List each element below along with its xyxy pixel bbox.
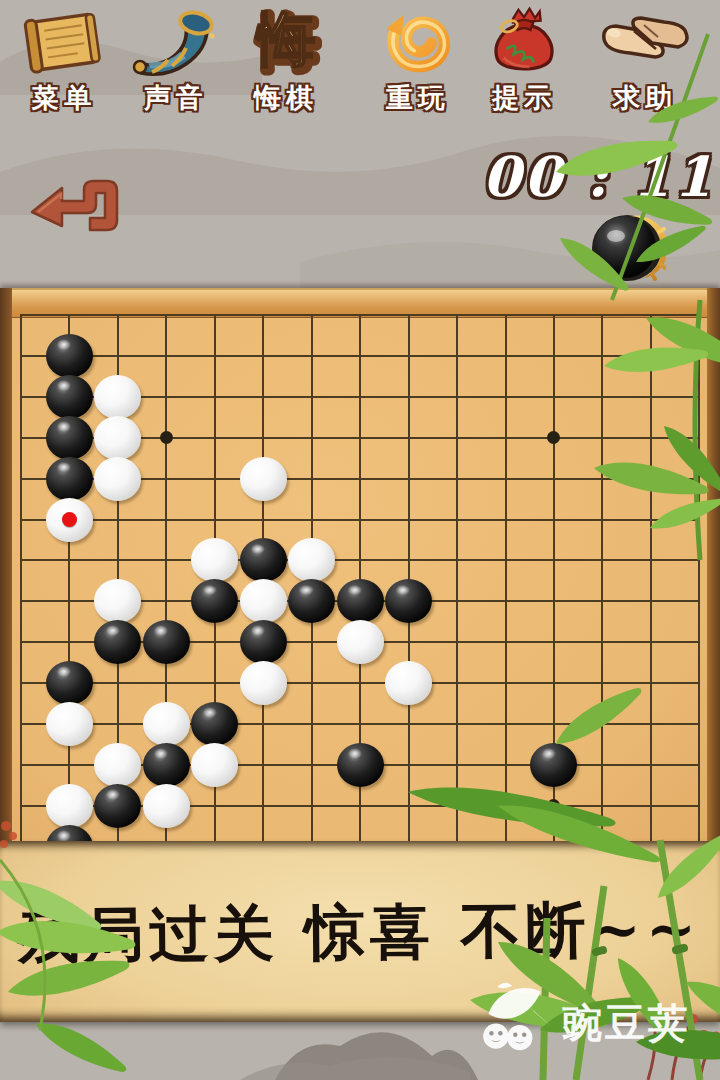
toolbar-label-replay: 重玩: [366, 80, 470, 116]
toolbar-button-replay[interactable]: 重玩: [366, 6, 470, 116]
toolbar-label-hint: 提示: [474, 80, 574, 116]
toolbar-button-hint[interactable]: 提示: [474, 6, 574, 116]
toolbar-button-help[interactable]: 求助: [596, 6, 694, 116]
horn-icon: [128, 6, 224, 78]
toolbar-label-menu: 菜单: [14, 80, 114, 116]
banner-text: 残局过关 惊喜 不断~~: [0, 889, 720, 978]
toolbar-button-menu[interactable]: 菜单: [14, 6, 114, 116]
red-pouch-icon: [482, 6, 566, 78]
toolbar-label-undo: 悔棋: [236, 80, 336, 116]
board-top-frame: [0, 288, 720, 318]
toolbar-button-sound[interactable]: 声音: [124, 6, 228, 116]
toolbar-button-undo[interactable]: 悔 悔 悔棋: [236, 6, 336, 116]
return-arrow-icon: [28, 168, 120, 246]
promo-banner: 残局过关 惊喜 不断~~: [0, 841, 720, 1022]
turn-indicator-black: [590, 210, 666, 284]
app-screen: 菜单 声音 悔 悔 悔棋: [0, 0, 720, 1080]
timer: 00 : 11: [482, 144, 715, 209]
svg-text:悔: 悔: [255, 6, 315, 73]
handshake-icon: [600, 6, 690, 78]
orange-swirl-icon: [372, 6, 464, 78]
toolbar-label-sound: 声音: [124, 80, 228, 116]
scroll-icon: [22, 6, 106, 78]
back-button[interactable]: [28, 168, 120, 246]
toolbar-label-help: 求助: [596, 80, 694, 116]
regret-character-icon: 悔 悔: [244, 6, 328, 78]
